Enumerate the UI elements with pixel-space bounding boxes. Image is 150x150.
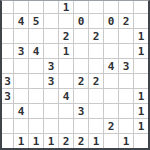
cell-r1c5: 0 — [74, 14, 88, 28]
cell-r8c1[interactable] — [14, 119, 28, 133]
cell-r9c0[interactable] — [2, 134, 13, 148]
cell-r3c8[interactable] — [119, 44, 133, 58]
cell-r1c4[interactable] — [59, 14, 73, 28]
cell-r2c5[interactable] — [74, 29, 88, 43]
cell-r4c3: 3 — [44, 59, 58, 73]
cell-r2c1[interactable] — [14, 29, 28, 43]
cell-r7c5: 3 — [74, 104, 88, 118]
cell-r8c2[interactable] — [29, 119, 43, 133]
cell-r1c1: 4 — [14, 14, 28, 28]
cell-r3c6[interactable] — [89, 44, 103, 58]
cell-r4c9[interactable] — [134, 59, 148, 73]
cell-r3c3[interactable] — [44, 44, 58, 58]
cell-r6c2[interactable] — [29, 89, 43, 103]
cell-r5c7[interactable] — [104, 74, 118, 88]
cell-r6c3[interactable] — [44, 89, 58, 103]
cell-r7c3[interactable] — [44, 104, 58, 118]
puzzle-board: 14500222134113433322341431211112211 — [0, 0, 150, 150]
cell-r7c2[interactable] — [29, 104, 43, 118]
cell-r8c9: 1 — [134, 119, 148, 133]
cell-r2c0[interactable] — [2, 29, 13, 43]
cell-r7c4[interactable] — [59, 104, 73, 118]
cell-r8c3[interactable] — [44, 119, 58, 133]
cell-r4c0[interactable] — [2, 59, 13, 73]
cell-r0c7[interactable] — [104, 1, 118, 13]
cell-r7c8[interactable] — [119, 104, 133, 118]
cell-r3c0[interactable] — [2, 44, 13, 58]
cell-r5c9[interactable] — [134, 74, 148, 88]
cell-r1c2: 5 — [29, 14, 43, 28]
cell-r9c3: 1 — [44, 134, 58, 148]
cell-r4c2[interactable] — [29, 59, 43, 73]
cell-r5c2[interactable] — [29, 74, 43, 88]
cell-r5c5: 2 — [74, 74, 88, 88]
cell-r9c5: 2 — [74, 134, 88, 148]
cell-r0c6[interactable] — [89, 1, 103, 13]
cell-r6c1[interactable] — [14, 89, 28, 103]
cell-r8c4[interactable] — [59, 119, 73, 133]
cell-r5c6: 2 — [89, 74, 103, 88]
cell-r3c9: 1 — [134, 44, 148, 58]
cell-r7c0[interactable] — [2, 104, 13, 118]
cell-r0c4: 1 — [59, 1, 73, 13]
cell-r5c0: 3 — [2, 74, 13, 88]
cell-r8c8[interactable] — [119, 119, 133, 133]
cell-r0c2[interactable] — [29, 1, 43, 13]
cell-r0c3[interactable] — [44, 1, 58, 13]
cell-r0c8[interactable] — [119, 1, 133, 13]
cell-r7c1: 4 — [14, 104, 28, 118]
cell-r1c7: 0 — [104, 14, 118, 28]
cell-r4c5[interactable] — [74, 59, 88, 73]
cell-r9c2: 1 — [29, 134, 43, 148]
cell-r6c6[interactable] — [89, 89, 103, 103]
cell-r4c4[interactable] — [59, 59, 73, 73]
cell-r1c3[interactable] — [44, 14, 58, 28]
cell-r3c2: 4 — [29, 44, 43, 58]
cell-r7c6[interactable] — [89, 104, 103, 118]
cell-r6c4: 4 — [59, 89, 73, 103]
cell-r8c5[interactable] — [74, 119, 88, 133]
cell-r0c1[interactable] — [14, 1, 28, 13]
cell-r0c0[interactable] — [2, 1, 13, 13]
cell-r7c7[interactable] — [104, 104, 118, 118]
cell-r9c7[interactable] — [104, 134, 118, 148]
cell-r6c8[interactable] — [119, 89, 133, 103]
cell-r1c6[interactable] — [89, 14, 103, 28]
cell-r9c8: 1 — [119, 134, 133, 148]
cell-r9c9[interactable] — [134, 134, 148, 148]
cell-r2c8[interactable] — [119, 29, 133, 43]
cell-r2c3[interactable] — [44, 29, 58, 43]
cell-r7c9: 1 — [134, 104, 148, 118]
cell-r4c7: 4 — [104, 59, 118, 73]
cell-r3c5[interactable] — [74, 44, 88, 58]
cell-r5c4[interactable] — [59, 74, 73, 88]
cell-r2c6: 2 — [89, 29, 103, 43]
cell-r1c0[interactable] — [2, 14, 13, 28]
cell-r9c1: 1 — [14, 134, 28, 148]
cell-r6c5[interactable] — [74, 89, 88, 103]
cell-r2c7[interactable] — [104, 29, 118, 43]
cell-r5c3: 3 — [44, 74, 58, 88]
cell-r9c6: 1 — [89, 134, 103, 148]
cell-r9c4: 2 — [59, 134, 73, 148]
cell-r1c8: 2 — [119, 14, 133, 28]
cell-r5c1[interactable] — [14, 74, 28, 88]
cell-r5c8[interactable] — [119, 74, 133, 88]
cell-r8c6[interactable] — [89, 119, 103, 133]
cell-r0c5[interactable] — [74, 1, 88, 13]
cell-r2c9: 1 — [134, 29, 148, 43]
cell-r4c1[interactable] — [14, 59, 28, 73]
cell-r6c7[interactable] — [104, 89, 118, 103]
cell-r1c9[interactable] — [134, 14, 148, 28]
cell-r3c1: 3 — [14, 44, 28, 58]
cell-r3c4: 1 — [59, 44, 73, 58]
cell-r6c9: 1 — [134, 89, 148, 103]
cell-r3c7[interactable] — [104, 44, 118, 58]
cell-r4c6[interactable] — [89, 59, 103, 73]
cell-r2c4: 2 — [59, 29, 73, 43]
cell-r8c7: 2 — [104, 119, 118, 133]
cell-r8c0[interactable] — [2, 119, 13, 133]
cell-r4c8: 3 — [119, 59, 133, 73]
cell-r2c2[interactable] — [29, 29, 43, 43]
cell-r0c9[interactable] — [134, 1, 148, 13]
cell-r6c0: 3 — [2, 89, 13, 103]
